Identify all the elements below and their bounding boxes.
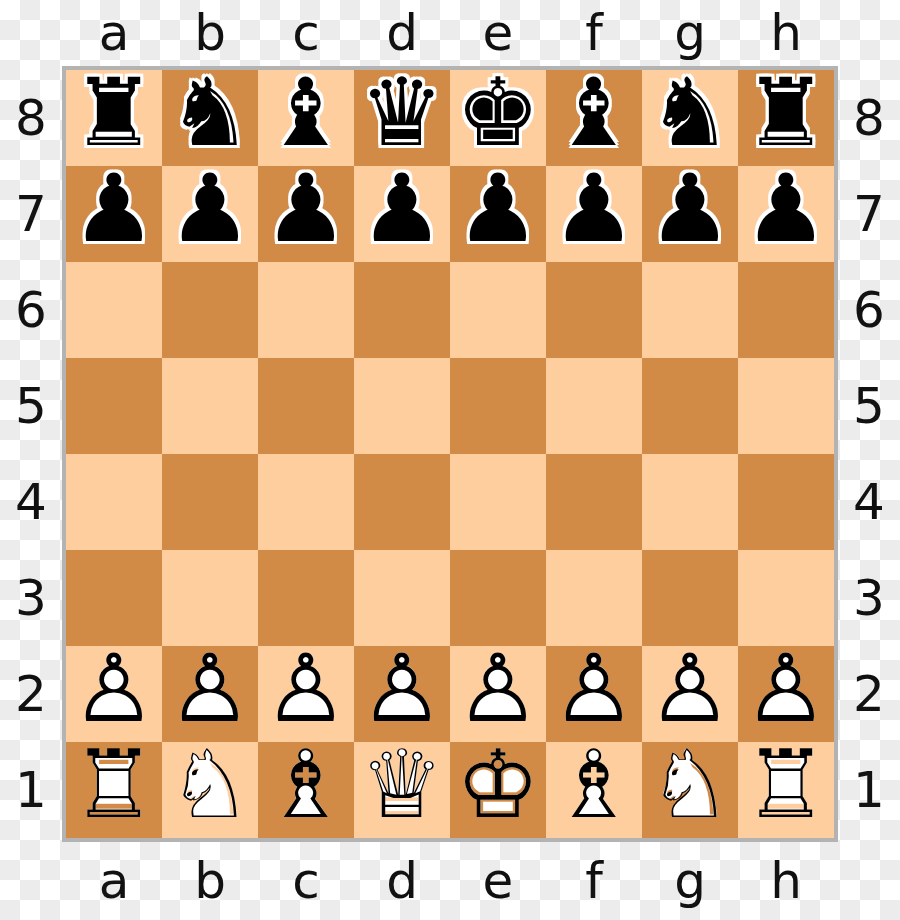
white-king-glyph: ♚ — [450, 737, 546, 833]
piece-white-king-e1: ♚♔ — [450, 742, 546, 838]
rank-labels-right: 87654321 — [838, 66, 900, 842]
piece-black-pawn-g7: ♟ — [642, 166, 738, 262]
chess-board: ♜♞♝♛♚♝♞♜♟♟♟♟♟♟♟♟♟♙♟♙♟♙♟♙♟♙♟♙♟♙♟♙♜♖♞♘♝♗♛♕… — [62, 66, 838, 842]
rank-label-6: 6 — [838, 285, 900, 335]
square-b4[interactable] — [162, 454, 258, 550]
square-g3[interactable] — [642, 550, 738, 646]
white-rook-outline-glyph: ♖ — [66, 737, 162, 833]
square-a4[interactable] — [66, 454, 162, 550]
rank-label-8: 8 — [0, 93, 62, 143]
piece-white-rook-h1: ♜♖ — [738, 742, 834, 838]
square-e5[interactable] — [450, 358, 546, 454]
rank-label-4: 4 — [0, 477, 62, 527]
square-d6[interactable] — [354, 262, 450, 358]
white-pawn-glyph: ♟ — [450, 641, 546, 737]
square-h3[interactable] — [738, 550, 834, 646]
white-pawn-outline-glyph: ♙ — [354, 641, 450, 737]
white-bishop-glyph: ♝ — [258, 737, 354, 833]
chessboard-diagram: abcdefgh 87654321 ♜♞♝♛♚♝♞♜♟♟♟♟♟♟♟♟♟♙♟♙♟♙… — [0, 0, 900, 920]
square-b5[interactable] — [162, 358, 258, 454]
piece-black-rook-a8: ♜ — [66, 70, 162, 166]
white-king-outline-glyph: ♔ — [450, 737, 546, 833]
rank-label-5: 5 — [838, 381, 900, 431]
rank-label-3: 3 — [838, 573, 900, 623]
black-pawn-glyph: ♟ — [738, 161, 834, 257]
black-pawn-glyph: ♟ — [642, 161, 738, 257]
piece-black-pawn-d7: ♟ — [354, 166, 450, 262]
square-a7[interactable]: ♟ — [66, 166, 162, 262]
white-pawn-outline-glyph: ♙ — [546, 641, 642, 737]
rank-label-8: 8 — [838, 93, 900, 143]
black-pawn-glyph: ♟ — [450, 161, 546, 257]
rank-label-7: 7 — [838, 189, 900, 239]
white-pawn-glyph: ♟ — [258, 641, 354, 737]
square-h6[interactable] — [738, 262, 834, 358]
white-pawn-glyph: ♟ — [738, 641, 834, 737]
white-knight-outline-glyph: ♘ — [642, 737, 738, 833]
white-pawn-outline-glyph: ♙ — [258, 641, 354, 737]
black-queen-glyph: ♛ — [354, 65, 450, 161]
square-h5[interactable] — [738, 358, 834, 454]
piece-black-pawn-a7: ♟ — [66, 166, 162, 262]
square-f7[interactable]: ♟ — [546, 166, 642, 262]
piece-white-pawn-c2: ♟♙ — [258, 646, 354, 742]
piece-black-pawn-e7: ♟ — [450, 166, 546, 262]
square-g4[interactable] — [642, 454, 738, 550]
black-pawn-glyph: ♟ — [354, 161, 450, 257]
square-b8[interactable]: ♞ — [162, 70, 258, 166]
black-king-glyph: ♚ — [450, 65, 546, 161]
square-c4[interactable] — [258, 454, 354, 550]
file-label-c: c — [258, 8, 354, 58]
black-bishop-glyph: ♝ — [546, 65, 642, 161]
file-label-d: d — [354, 8, 450, 58]
square-f3[interactable] — [546, 550, 642, 646]
black-pawn-glyph: ♟ — [258, 161, 354, 257]
piece-white-pawn-d2: ♟♙ — [354, 646, 450, 742]
white-knight-outline-glyph: ♘ — [162, 737, 258, 833]
file-label-f: f — [546, 8, 642, 58]
square-e6[interactable] — [450, 262, 546, 358]
square-g5[interactable] — [642, 358, 738, 454]
piece-white-bishop-c1: ♝♗ — [258, 742, 354, 838]
white-rook-outline-glyph: ♖ — [738, 737, 834, 833]
file-label-b: b — [162, 856, 258, 906]
square-h2[interactable]: ♟♙ — [738, 646, 834, 742]
white-bishop-glyph: ♝ — [546, 737, 642, 833]
piece-white-pawn-f2: ♟♙ — [546, 646, 642, 742]
piece-white-pawn-b2: ♟♙ — [162, 646, 258, 742]
file-label-g: g — [642, 8, 738, 58]
square-f8[interactable]: ♝ — [546, 70, 642, 166]
rank-label-2: 2 — [0, 669, 62, 719]
square-c7[interactable]: ♟ — [258, 166, 354, 262]
square-d3[interactable] — [354, 550, 450, 646]
square-f2[interactable]: ♟♙ — [546, 646, 642, 742]
square-g8[interactable]: ♞ — [642, 70, 738, 166]
white-pawn-outline-glyph: ♙ — [66, 641, 162, 737]
white-rook-glyph: ♜ — [66, 737, 162, 833]
corner-top-left — [0, 0, 62, 66]
file-label-a: a — [66, 8, 162, 58]
piece-black-knight-b8: ♞ — [162, 70, 258, 166]
square-d4[interactable] — [354, 454, 450, 550]
piece-black-rook-h8: ♜ — [738, 70, 834, 166]
rank-label-3: 3 — [0, 573, 62, 623]
square-b3[interactable] — [162, 550, 258, 646]
file-label-h: h — [738, 8, 834, 58]
piece-white-rook-a1: ♜♖ — [66, 742, 162, 838]
corner-bottom-left — [0, 842, 62, 920]
file-label-a: a — [66, 856, 162, 906]
square-b7[interactable]: ♟ — [162, 166, 258, 262]
square-f1[interactable]: ♝♗ — [546, 742, 642, 838]
black-knight-glyph: ♞ — [162, 65, 258, 161]
white-pawn-glyph: ♟ — [66, 641, 162, 737]
square-d8[interactable]: ♛ — [354, 70, 450, 166]
white-bishop-outline-glyph: ♗ — [258, 737, 354, 833]
rank-label-6: 6 — [0, 285, 62, 335]
square-e8[interactable]: ♚ — [450, 70, 546, 166]
file-labels-bottom: abcdefgh — [62, 842, 838, 920]
piece-white-knight-g1: ♞♘ — [642, 742, 738, 838]
square-b6[interactable] — [162, 262, 258, 358]
piece-black-pawn-c7: ♟ — [258, 166, 354, 262]
file-label-c: c — [258, 856, 354, 906]
piece-black-pawn-b7: ♟ — [162, 166, 258, 262]
white-bishop-outline-glyph: ♗ — [546, 737, 642, 833]
piece-black-pawn-f7: ♟ — [546, 166, 642, 262]
square-c5[interactable] — [258, 358, 354, 454]
square-c8[interactable]: ♝ — [258, 70, 354, 166]
piece-black-bishop-c8: ♝ — [258, 70, 354, 166]
square-c6[interactable] — [258, 262, 354, 358]
white-pawn-outline-glyph: ♙ — [450, 641, 546, 737]
square-e2[interactable]: ♟♙ — [450, 646, 546, 742]
square-h8[interactable]: ♜ — [738, 70, 834, 166]
square-b2[interactable]: ♟♙ — [162, 646, 258, 742]
square-c3[interactable] — [258, 550, 354, 646]
square-d1[interactable]: ♛♕ — [354, 742, 450, 838]
piece-white-queen-d1: ♛♕ — [354, 742, 450, 838]
square-c1[interactable]: ♝♗ — [258, 742, 354, 838]
square-e4[interactable] — [450, 454, 546, 550]
white-queen-glyph: ♛ — [354, 737, 450, 833]
rank-labels-left: 87654321 — [0, 66, 62, 842]
white-knight-glyph: ♞ — [642, 737, 738, 833]
piece-black-queen-d8: ♛ — [354, 70, 450, 166]
square-a2[interactable]: ♟♙ — [66, 646, 162, 742]
square-h1[interactable]: ♜♖ — [738, 742, 834, 838]
file-label-e: e — [450, 8, 546, 58]
square-a5[interactable] — [66, 358, 162, 454]
file-label-d: d — [354, 856, 450, 906]
square-f5[interactable] — [546, 358, 642, 454]
file-label-f: f — [546, 856, 642, 906]
file-label-g: g — [642, 856, 738, 906]
file-label-b: b — [162, 8, 258, 58]
black-pawn-glyph: ♟ — [546, 161, 642, 257]
white-pawn-glyph: ♟ — [162, 641, 258, 737]
piece-white-pawn-a2: ♟♙ — [66, 646, 162, 742]
square-b1[interactable]: ♞♘ — [162, 742, 258, 838]
square-g1[interactable]: ♞♘ — [642, 742, 738, 838]
square-g2[interactable]: ♟♙ — [642, 646, 738, 742]
square-h4[interactable] — [738, 454, 834, 550]
white-pawn-glyph: ♟ — [546, 641, 642, 737]
white-pawn-glyph: ♟ — [642, 641, 738, 737]
rank-label-1: 1 — [0, 765, 62, 815]
white-queen-outline-glyph: ♕ — [354, 737, 450, 833]
square-a8[interactable]: ♜ — [66, 70, 162, 166]
black-knight-glyph: ♞ — [642, 65, 738, 161]
black-rook-glyph: ♜ — [66, 65, 162, 161]
square-e7[interactable]: ♟ — [450, 166, 546, 262]
square-d5[interactable] — [354, 358, 450, 454]
black-rook-glyph: ♜ — [738, 65, 834, 161]
white-rook-glyph: ♜ — [738, 737, 834, 833]
square-e1[interactable]: ♚♔ — [450, 742, 546, 838]
piece-white-pawn-e2: ♟♙ — [450, 646, 546, 742]
square-d7[interactable]: ♟ — [354, 166, 450, 262]
black-pawn-glyph: ♟ — [162, 161, 258, 257]
square-h7[interactable]: ♟ — [738, 166, 834, 262]
square-a6[interactable] — [66, 262, 162, 358]
square-f6[interactable] — [546, 262, 642, 358]
white-pawn-outline-glyph: ♙ — [642, 641, 738, 737]
white-pawn-outline-glyph: ♙ — [162, 641, 258, 737]
rank-label-4: 4 — [838, 477, 900, 527]
white-pawn-outline-glyph: ♙ — [738, 641, 834, 737]
rank-label-5: 5 — [0, 381, 62, 431]
piece-black-pawn-h7: ♟ — [738, 166, 834, 262]
piece-white-pawn-g2: ♟♙ — [642, 646, 738, 742]
square-a3[interactable] — [66, 550, 162, 646]
piece-white-pawn-h2: ♟♙ — [738, 646, 834, 742]
square-g7[interactable]: ♟ — [642, 166, 738, 262]
square-e3[interactable] — [450, 550, 546, 646]
piece-black-king-e8: ♚ — [450, 70, 546, 166]
file-label-e: e — [450, 856, 546, 906]
rank-label-1: 1 — [838, 765, 900, 815]
square-f4[interactable] — [546, 454, 642, 550]
square-d2[interactable]: ♟♙ — [354, 646, 450, 742]
black-bishop-glyph: ♝ — [258, 65, 354, 161]
piece-white-bishop-f1: ♝♗ — [546, 742, 642, 838]
square-g6[interactable] — [642, 262, 738, 358]
corner-bottom-right — [838, 842, 900, 920]
file-labels-top: abcdefgh — [62, 0, 838, 66]
corner-top-right — [838, 0, 900, 66]
square-c2[interactable]: ♟♙ — [258, 646, 354, 742]
white-pawn-glyph: ♟ — [354, 641, 450, 737]
file-label-h: h — [738, 856, 834, 906]
rank-label-2: 2 — [838, 669, 900, 719]
square-a1[interactable]: ♜♖ — [66, 742, 162, 838]
piece-white-knight-b1: ♞♘ — [162, 742, 258, 838]
black-pawn-glyph: ♟ — [66, 161, 162, 257]
piece-black-bishop-f8: ♝ — [546, 70, 642, 166]
piece-black-knight-g8: ♞ — [642, 70, 738, 166]
white-knight-glyph: ♞ — [162, 737, 258, 833]
rank-label-7: 7 — [0, 189, 62, 239]
